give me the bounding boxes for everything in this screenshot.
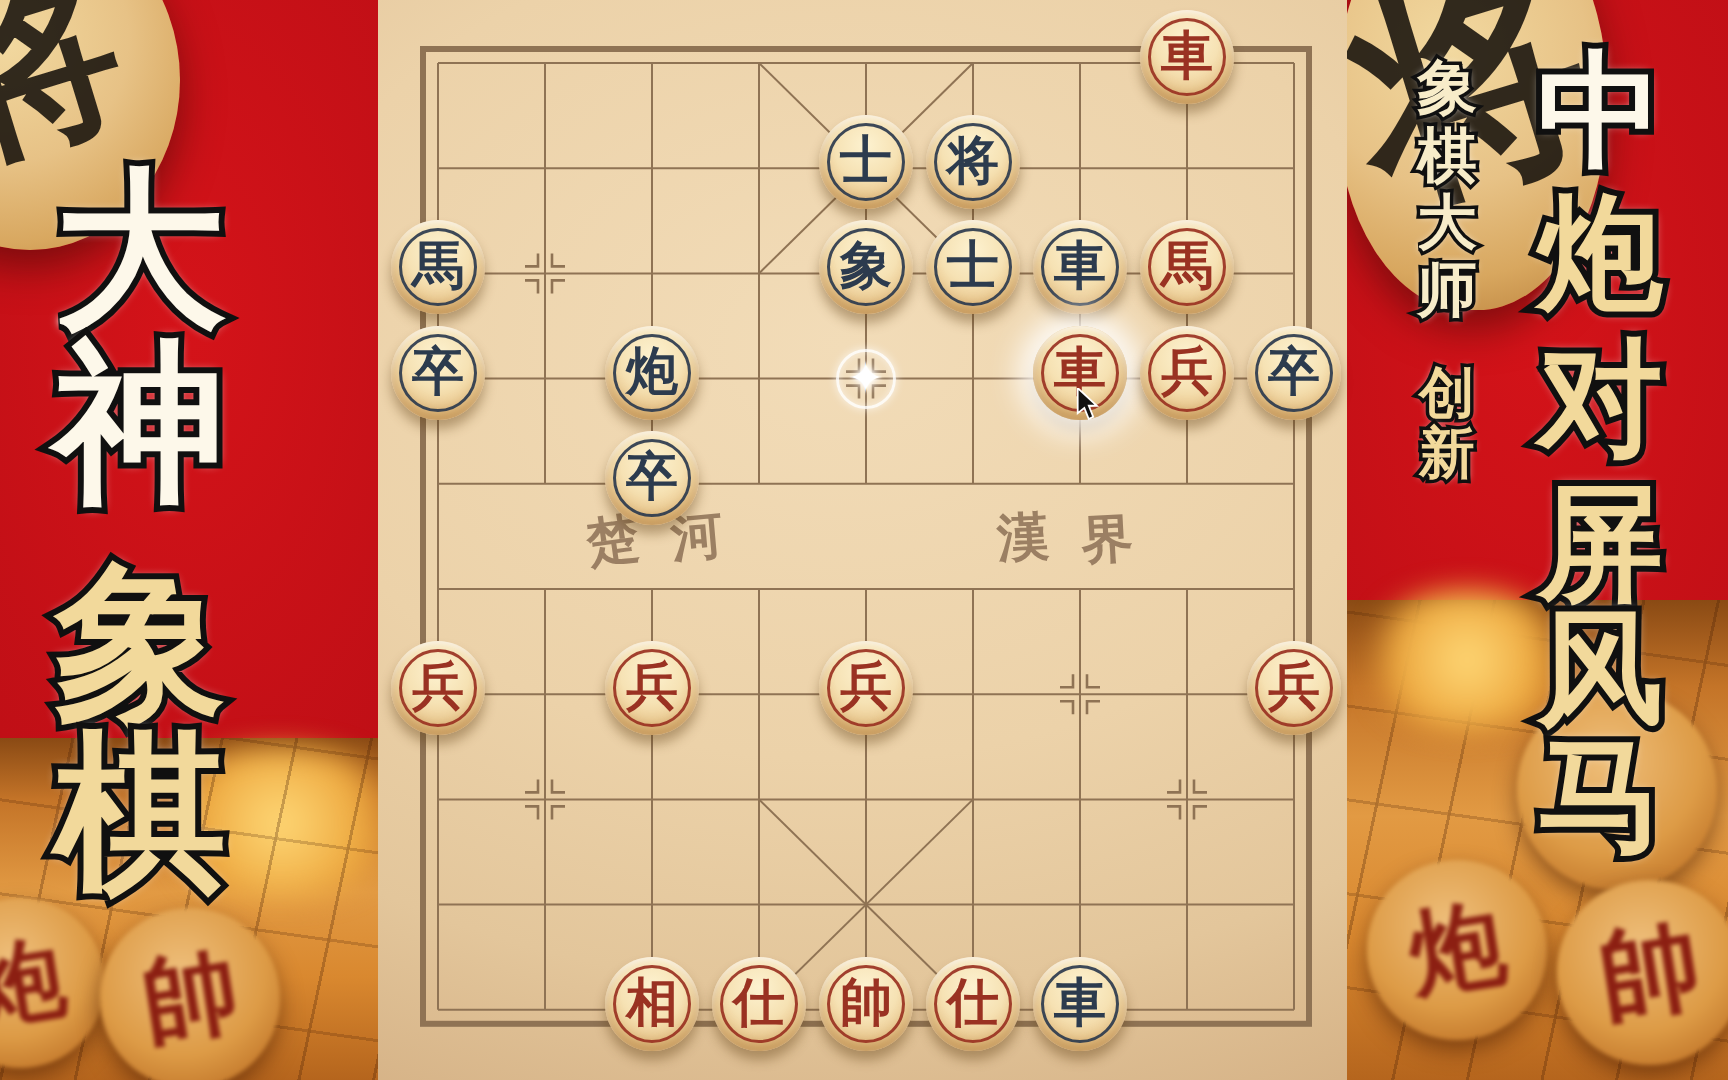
xiangqi-piece-black-卒-f2r4[interactable]: 卒 (605, 431, 699, 525)
right-subtitle2-char-1 (1419, 364, 1475, 420)
right-subtitle-char-2 (1417, 125, 1477, 185)
xiangqi-piece-black-車-f6r9[interactable]: 車 (1033, 957, 1127, 1051)
xiangqi-piece-red-兵-f2r6[interactable]: 兵 (605, 641, 699, 735)
xiangqi-piece-red-兵-f0r6[interactable]: 兵 (391, 641, 485, 735)
right-title-char-5 (1537, 605, 1663, 731)
right-title-char-3 (1537, 335, 1663, 461)
left-title-char-1 (54, 164, 226, 336)
piece-glyph: 士 (947, 239, 999, 291)
mouse-cursor-icon (1076, 388, 1106, 422)
piece-glyph: 卒 (626, 450, 678, 502)
xiangqi-piece-black-象-f4r2[interactable]: 象 (819, 220, 913, 314)
river-text-han: 漢 (995, 502, 1051, 575)
piece-glyph: 卒 (412, 345, 464, 397)
right-title-char-6 (1537, 732, 1663, 858)
piece-glyph: 車 (1054, 976, 1106, 1028)
xiangqi-piece-red-兵-f4r6[interactable]: 兵 (819, 641, 913, 735)
xiangqi-piece-black-馬-f0r2[interactable]: 馬 (391, 220, 485, 314)
right-subtitle-char-3 (1417, 192, 1477, 252)
xiangqi-piece-red-仕-f5r9[interactable]: 仕 (926, 957, 1020, 1051)
xiangqi-piece-black-車-f6r2[interactable]: 車 (1033, 220, 1127, 314)
piece-glyph: 仕 (733, 976, 785, 1028)
piece-glyph: 将 (947, 134, 999, 186)
left-title-char-3 (54, 557, 226, 729)
piece-glyph: 卒 (1268, 345, 1320, 397)
left-banner-panel: 将 炮 帥 (0, 0, 378, 1080)
right-title-char-2 (1537, 189, 1663, 315)
xiangqi-piece-black-卒-f8r3[interactable]: 卒 (1247, 326, 1341, 420)
xiangqi-piece-red-車-f7r0[interactable]: 車 (1140, 10, 1234, 104)
piece-glyph: 兵 (1268, 660, 1320, 712)
xiangqi-piece-red-兵-f7r3[interactable]: 兵 (1140, 326, 1234, 420)
background-marshal-piece: 帥 (100, 908, 280, 1080)
piece-glyph: 象 (840, 239, 892, 291)
xiangqi-piece-black-卒-f0r3[interactable]: 卒 (391, 326, 485, 420)
piece-glyph: 兵 (412, 660, 464, 712)
piece-glyph: 馬 (412, 239, 464, 291)
xiangqi-piece-red-帥-f4r9[interactable]: 帥 (819, 957, 913, 1051)
background-cannon-piece: 炮 (1367, 860, 1547, 1040)
left-title-char-4 (54, 726, 226, 898)
left-title-char-2 (54, 336, 226, 508)
piece-glyph: 兵 (626, 660, 678, 712)
xiangqi-piece-black-炮-f2r3[interactable]: 炮 (605, 326, 699, 420)
piece-glyph: 相 (626, 976, 678, 1028)
piece-glyph: 炮 (626, 345, 678, 397)
piece-glyph: 兵 (840, 660, 892, 712)
piece-glyph: 車 (1054, 239, 1106, 291)
right-banner-panel: 将 炮 帥 (1347, 0, 1728, 1080)
video-frame: 将 炮 帥 将 炮 帥 (0, 0, 1728, 1080)
piece-glyph: 車 (1161, 29, 1213, 81)
piece-glyph: 仕 (947, 976, 999, 1028)
xiangqi-piece-black-士-f4r1[interactable]: 士 (819, 115, 913, 209)
right-subtitle2-char-2 (1419, 424, 1475, 480)
xiangqi-piece-black-将-f5r1[interactable]: 将 (926, 115, 1020, 209)
piece-glyph: 帥 (840, 976, 892, 1028)
right-subtitle-char-4 (1417, 259, 1477, 319)
background-marshal-piece: 帥 (1557, 880, 1728, 1065)
xiangqi-piece-red-馬-f7r2[interactable]: 馬 (1140, 220, 1234, 314)
river-text-jie: 界 (1079, 504, 1135, 577)
piece-glyph: 兵 (1161, 345, 1213, 397)
piece-glyph: 馬 (1161, 239, 1213, 291)
xiangqi-piece-black-士-f5r2[interactable]: 士 (926, 220, 1020, 314)
right-title-char-4 (1537, 480, 1663, 606)
right-subtitle-char-1 (1417, 57, 1477, 117)
piece-glyph: 士 (840, 134, 892, 186)
xiangqi-piece-red-相-f2r9[interactable]: 相 (605, 957, 699, 1051)
xiangqi-piece-red-兵-f8r6[interactable]: 兵 (1247, 641, 1341, 735)
xiangqi-piece-red-仕-f3r9[interactable]: 仕 (712, 957, 806, 1051)
right-title-char-1 (1537, 47, 1663, 173)
